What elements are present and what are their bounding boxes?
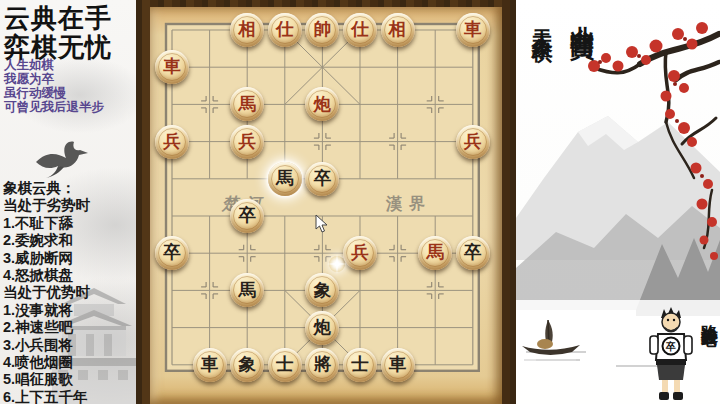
list-line: 6.上下五千年 xyxy=(3,389,90,404)
piece-black-車[interactable]: 車 xyxy=(381,348,415,382)
list-line: 4.喷他烟圈 xyxy=(3,354,90,371)
panel-title: 云典在手 弈棋无忧 xyxy=(4,4,112,62)
boat-icon xyxy=(518,316,584,364)
list-line: 1.不耻下舔 xyxy=(3,215,90,232)
right-art-panel: 业叁守門員 天天象棋 卒 路边摊老云 xyxy=(516,0,720,404)
piece-black-將[interactable]: 將 xyxy=(305,348,339,382)
piece-red-相[interactable]: 相 xyxy=(230,13,264,47)
list-line: 1.没事就将 xyxy=(3,302,90,319)
list-line: 2.委婉求和 xyxy=(3,232,90,249)
list-line: 当处于劣势时 xyxy=(3,197,90,214)
list-line: 3.威胁断网 xyxy=(3,250,90,267)
list-line: 2.神速些吧 xyxy=(3,319,90,336)
piece-black-卒[interactable]: 卒 xyxy=(305,162,339,196)
piece-red-兵[interactable]: 兵 xyxy=(456,125,490,159)
stream-overlay-screen: 云典在手 弈棋无忧 人生如棋 我愿为卒 虽行动缓慢 可曾见我后退半步 象棋云典：… xyxy=(0,0,720,404)
piece-red-車[interactable]: 車 xyxy=(456,13,490,47)
vertical-text-sub: 天天象棋 xyxy=(528,13,556,29)
list-line: 5.唱征服歌 xyxy=(3,371,90,388)
xiangqi-board[interactable]: 楚河 漢界 相仕帥仕相車車馬炮兵兵兵兵馬馬卒卒卒卒馬象炮車象士將士車 xyxy=(150,7,502,404)
piece-black-士[interactable]: 士 xyxy=(268,348,302,382)
vertical-text-main: 业叁守門員 xyxy=(566,6,598,21)
mouse-cursor xyxy=(315,214,329,234)
list-line: 3.小兵围将 xyxy=(3,337,90,354)
list-header: 象棋云典： xyxy=(3,180,90,197)
piece-red-兵[interactable]: 兵 xyxy=(343,236,377,270)
xiangqi-board-area: 楚河 漢界 相仕帥仕相車車馬炮兵兵兵兵馬馬卒卒卒卒馬象炮車象士將士車 xyxy=(136,0,516,404)
piece-black-馬[interactable]: 馬 xyxy=(268,162,302,196)
piece-red-兵[interactable]: 兵 xyxy=(155,125,189,159)
piece-black-炮[interactable]: 炮 xyxy=(305,311,339,345)
piece-red-仕[interactable]: 仕 xyxy=(268,13,302,47)
piece-black-卒[interactable]: 卒 xyxy=(456,236,490,270)
piece-red-車[interactable]: 車 xyxy=(155,50,189,84)
list-line: 4.怒掀棋盘 xyxy=(3,267,90,284)
list-line: 当处于优势时 xyxy=(3,284,90,301)
left-info-panel: 云典在手 弈棋无忧 人生如棋 我愿为卒 虽行动缓慢 可曾见我后退半步 象棋云典：… xyxy=(0,0,136,404)
mascot-caption: 路边摊老云 xyxy=(698,310,720,404)
crane-icon xyxy=(28,136,100,180)
plum-blossom-branch xyxy=(544,0,720,270)
pawn-poem: 人生如棋 我愿为卒 虽行动缓慢 可曾见我后退半步 xyxy=(4,58,104,114)
piece-black-卒[interactable]: 卒 xyxy=(155,236,189,270)
piece-black-車[interactable]: 車 xyxy=(193,348,227,382)
click-sparkle-effect xyxy=(329,256,345,272)
piece-red-兵[interactable]: 兵 xyxy=(230,125,264,159)
svg-text:卒: 卒 xyxy=(665,341,676,352)
piece-black-卒[interactable]: 卒 xyxy=(230,199,264,233)
piece-black-象[interactable]: 象 xyxy=(230,348,264,382)
chess-cloud-list: 象棋云典： 当处于劣势时1.不耻下舔2.委婉求和3.威胁断网4.怒掀棋盘当处于优… xyxy=(3,180,90,404)
piece-red-相[interactable]: 相 xyxy=(381,13,415,47)
piece-red-仕[interactable]: 仕 xyxy=(343,13,377,47)
river-label-han: 漢界 xyxy=(386,194,432,215)
mascot-figure: 卒 xyxy=(646,306,696,404)
piece-black-士[interactable]: 士 xyxy=(343,348,377,382)
